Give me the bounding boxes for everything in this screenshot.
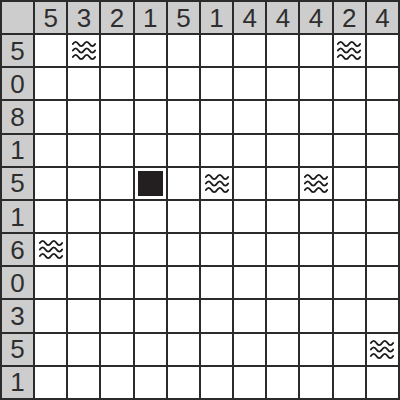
cell-r5c1[interactable] [35,168,66,199]
cell-r8c4[interactable] [135,267,166,298]
cell-r5c8[interactable] [267,168,298,199]
cell-r8c9[interactable] [300,267,331,298]
cell-r5c3[interactable] [101,168,132,199]
row-clue-8: 0 [2,267,33,298]
cell-r1c9[interactable] [300,35,331,66]
cell-r11c4[interactable] [135,367,166,398]
cell-r10c7[interactable] [234,334,265,365]
cell-r7c2[interactable] [68,234,99,265]
cell-r2c6[interactable] [201,68,232,99]
cell-r11c7[interactable] [234,367,265,398]
cell-r7c9[interactable] [300,234,331,265]
row-clue-11: 1 [2,367,33,398]
row-clue-1: 5 [2,35,33,66]
cell-r2c10[interactable] [334,68,365,99]
cell-r7c10[interactable] [334,234,365,265]
cell-r4c6[interactable] [201,135,232,166]
cell-r10c8[interactable] [267,334,298,365]
cell-r1c1[interactable] [35,35,66,66]
cell-r3c9[interactable] [300,101,331,132]
cell-r1c6[interactable] [201,35,232,66]
cell-r2c2[interactable] [68,68,99,99]
cell-r3c8[interactable] [267,101,298,132]
cell-r3c1[interactable] [35,101,66,132]
cell-r1c11[interactable] [367,35,398,66]
cell-r11c5[interactable] [168,367,199,398]
cell-r11c3[interactable] [101,367,132,398]
cell-r10c3[interactable] [101,334,132,365]
cell-r6c10[interactable] [334,201,365,232]
cell-r1c2[interactable] [68,35,99,66]
cell-r3c6[interactable] [201,101,232,132]
cell-r5c5[interactable] [168,168,199,199]
col-clue-2: 3 [68,2,99,33]
cell-r9c10[interactable] [334,300,365,331]
cell-r6c5[interactable] [168,201,199,232]
cell-r6c6[interactable] [201,201,232,232]
cell-r2c7[interactable] [234,68,265,99]
cell-r7c5[interactable] [168,234,199,265]
cell-r1c7[interactable] [234,35,265,66]
cell-r11c9[interactable] [300,367,331,398]
cell-r4c11[interactable] [367,135,398,166]
cell-r5c11[interactable] [367,168,398,199]
cell-r7c3[interactable] [101,234,132,265]
cell-r9c3[interactable] [101,300,132,331]
cell-r2c4[interactable] [135,68,166,99]
cell-r6c9[interactable] [300,201,331,232]
cell-r1c3[interactable] [101,35,132,66]
battleship-board: 5321514442450815160351 [0,0,400,400]
row-clue-6: 1 [2,201,33,232]
cell-r4c5[interactable] [168,135,199,166]
row-clue-9: 3 [2,300,33,331]
col-clue-5: 5 [168,2,199,33]
cell-r4c9[interactable] [300,135,331,166]
cell-r8c5[interactable] [168,267,199,298]
cell-r4c1[interactable] [35,135,66,166]
cell-r8c7[interactable] [234,267,265,298]
cell-r4c4[interactable] [135,135,166,166]
col-clue-4: 1 [135,2,166,33]
water-icon [303,173,329,194]
cell-r5c6[interactable] [201,168,232,199]
row-clue-2: 0 [2,68,33,99]
row-clue-5: 5 [2,168,33,199]
cell-r7c7[interactable] [234,234,265,265]
cell-r4c10[interactable] [334,135,365,166]
cell-r9c6[interactable] [201,300,232,331]
cell-r6c7[interactable] [234,201,265,232]
cell-r6c3[interactable] [101,201,132,232]
cell-r6c2[interactable] [68,201,99,232]
cell-r2c11[interactable] [367,68,398,99]
cell-r5c7[interactable] [234,168,265,199]
row-clue-10: 5 [2,334,33,365]
cell-r9c11[interactable] [367,300,398,331]
cell-r3c11[interactable] [367,101,398,132]
cell-r10c6[interactable] [201,334,232,365]
corner-cell [2,2,33,33]
cell-r5c2[interactable] [68,168,99,199]
cell-r3c4[interactable] [135,101,166,132]
cell-r6c11[interactable] [367,201,398,232]
cell-r9c7[interactable] [234,300,265,331]
cell-r10c11[interactable] [367,334,398,365]
cell-r1c4[interactable] [135,35,166,66]
cell-r2c9[interactable] [300,68,331,99]
cell-r8c3[interactable] [101,267,132,298]
cell-r6c1[interactable] [35,201,66,232]
col-clue-9: 4 [300,2,331,33]
cell-r2c5[interactable] [168,68,199,99]
cell-r9c8[interactable] [267,300,298,331]
col-clue-11: 4 [367,2,398,33]
cell-r8c2[interactable] [68,267,99,298]
cell-r7c11[interactable] [367,234,398,265]
cell-r1c5[interactable] [168,35,199,66]
col-clue-6: 1 [201,2,232,33]
cell-r10c4[interactable] [135,334,166,365]
water-icon [71,40,97,61]
cell-r5c9[interactable] [300,168,331,199]
cell-r7c8[interactable] [267,234,298,265]
cell-r3c10[interactable] [334,101,365,132]
cell-r3c3[interactable] [101,101,132,132]
cell-r8c10[interactable] [334,267,365,298]
col-clue-3: 2 [101,2,132,33]
cell-r11c11[interactable] [367,367,398,398]
cell-r4c7[interactable] [234,135,265,166]
cell-r10c9[interactable] [300,334,331,365]
col-clue-8: 4 [267,2,298,33]
water-icon [336,40,362,61]
col-clue-10: 2 [334,2,365,33]
cell-r3c2[interactable] [68,101,99,132]
col-clue-7: 4 [234,2,265,33]
cell-r9c5[interactable] [168,300,199,331]
cell-r3c7[interactable] [234,101,265,132]
row-clue-4: 1 [2,135,33,166]
cell-r9c1[interactable] [35,300,66,331]
cell-r6c8[interactable] [267,201,298,232]
cell-r4c3[interactable] [101,135,132,166]
cell-r8c8[interactable] [267,267,298,298]
cell-r9c9[interactable] [300,300,331,331]
cell-r8c6[interactable] [201,267,232,298]
cell-r2c3[interactable] [101,68,132,99]
cell-r6c4[interactable] [135,201,166,232]
ship-segment [138,171,163,196]
cell-r7c4[interactable] [135,234,166,265]
cell-r1c10[interactable] [334,35,365,66]
cell-r1c8[interactable] [267,35,298,66]
cell-r11c1[interactable] [35,367,66,398]
cell-r8c11[interactable] [367,267,398,298]
col-clue-1: 5 [35,2,66,33]
cell-r11c6[interactable] [201,367,232,398]
cell-r10c1[interactable] [35,334,66,365]
cell-r10c5[interactable] [168,334,199,365]
cell-r4c2[interactable] [68,135,99,166]
cell-r7c6[interactable] [201,234,232,265]
cell-r9c2[interactable] [68,300,99,331]
cell-r9c4[interactable] [135,300,166,331]
cell-r2c1[interactable] [35,68,66,99]
cell-r3c5[interactable] [168,101,199,132]
cell-r4c8[interactable] [267,135,298,166]
cell-r7c1[interactable] [35,234,66,265]
row-clue-3: 8 [2,101,33,132]
row-clue-7: 6 [2,234,33,265]
water-icon [38,239,64,260]
cell-r10c10[interactable] [334,334,365,365]
cell-r2c8[interactable] [267,68,298,99]
cell-r11c8[interactable] [267,367,298,398]
cell-r10c2[interactable] [68,334,99,365]
cell-r11c10[interactable] [334,367,365,398]
cell-r11c2[interactable] [68,367,99,398]
cell-r5c4[interactable] [135,168,166,199]
water-icon [204,173,230,194]
cell-r8c1[interactable] [35,267,66,298]
water-icon [369,339,395,360]
cell-r5c10[interactable] [334,168,365,199]
